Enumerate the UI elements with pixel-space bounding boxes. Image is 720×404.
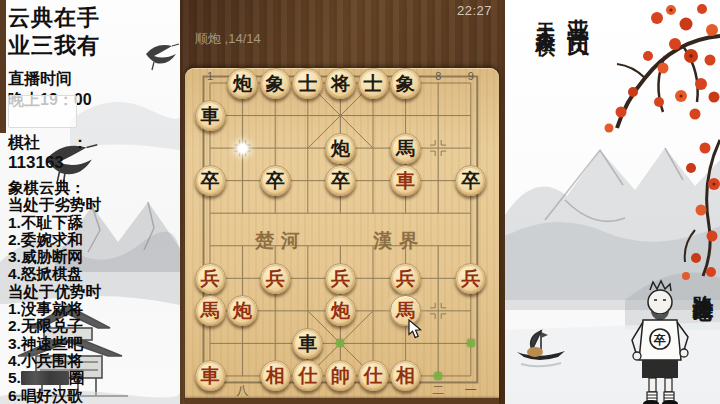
- piece-black-soldier[interactable]: 卒: [195, 165, 226, 196]
- club-id: 113163: [8, 153, 64, 173]
- piece-red-advisor[interactable]: 仕: [358, 360, 389, 391]
- piece-red-soldier[interactable]: 兵: [325, 263, 356, 294]
- clock: 22:27: [457, 3, 492, 18]
- piece-red-elephant[interactable]: 相: [260, 360, 291, 391]
- tip-item: 4.小兵围将: [8, 352, 101, 369]
- tip-item: 2.无限兑子: [8, 317, 101, 334]
- file-label-bottom: 八: [237, 382, 249, 399]
- file-label-top: 1: [207, 70, 213, 82]
- stream-title-line1: 云典在手: [8, 4, 180, 32]
- piece-black-soldier[interactable]: 卒: [260, 165, 291, 196]
- piece-black-advisor[interactable]: 士: [358, 68, 389, 99]
- tip-item: 1.没事就将: [8, 300, 101, 317]
- tips-list: 象棋云典： 当处于劣势时 1.不耻下舔 2.委婉求和 3.威胁断网 4.怒掀棋盘…: [8, 179, 101, 404]
- move-hint-dot[interactable]: [434, 372, 442, 380]
- stream-time-label: 直播时间: [8, 68, 180, 89]
- piece-red-horse[interactable]: 馬: [195, 295, 226, 326]
- right-info-panel: 卒 天天象棋 业三守门员 路边摊老云: [505, 0, 720, 404]
- left-info-panel: 云典在手 业三我有 直播时间 晚上19：00 棋社 ： 113163 象棋云典：…: [0, 0, 180, 404]
- piece-red-soldier[interactable]: 兵: [260, 263, 291, 294]
- board-bottom-bevel: [185, 398, 499, 404]
- move-hint-dot[interactable]: [467, 339, 475, 347]
- overlay-box: [8, 95, 77, 128]
- move-hint-dot[interactable]: [336, 339, 344, 347]
- last-move-from-marker: [236, 142, 249, 155]
- piece-red-soldier[interactable]: 兵: [195, 263, 226, 294]
- file-label-bottom: 二: [432, 382, 444, 399]
- tip-item-redacted: 5.圈: [8, 369, 101, 386]
- vertical-text-gatekeeper: 业三守门员: [563, 1, 593, 21]
- tip-item: 2.委婉求和: [8, 231, 101, 248]
- censored-block: [21, 371, 69, 385]
- piece-black-elephant[interactable]: 象: [260, 68, 291, 99]
- tips-section1: 当处于劣势时: [8, 196, 101, 213]
- piece-black-cannon[interactable]: 炮: [325, 133, 356, 164]
- tip-item: 4.怒掀棋盘: [8, 265, 101, 282]
- vertical-text-roadside: 路边摊老云: [689, 278, 717, 288]
- piece-red-soldier[interactable]: 兵: [390, 263, 421, 294]
- mascot-chest-glyph: 卒: [653, 333, 666, 347]
- livestream-screenshot: 云典在手 业三我有 直播时间 晚上19：00 棋社 ： 113163 象棋云典：…: [0, 0, 720, 404]
- file-label-top: 9: [468, 70, 474, 82]
- file-label-bottom: 一: [465, 382, 477, 399]
- mouse-cursor-icon: [408, 319, 424, 339]
- opening-move-counter: 顺炮 ,14/14: [195, 30, 261, 48]
- tips-title: 象棋云典：: [8, 179, 101, 196]
- tip-item: 3.神速些吧: [8, 335, 101, 352]
- tips-section2: 当处于优势时: [8, 283, 101, 300]
- frame-edge-strip: [0, 0, 6, 133]
- club-label: 棋社 ：: [8, 133, 88, 154]
- piece-black-chariot[interactable]: 車: [195, 100, 226, 131]
- game-board-panel: 22:27 顺炮 ,14/14 楚河 漢界 189八二一 炮象士将士象車炮馬卒卒…: [180, 0, 505, 404]
- piece-black-chariot[interactable]: 車: [292, 328, 323, 359]
- piece-black-horse[interactable]: 馬: [390, 133, 421, 164]
- piece-black-soldier[interactable]: 卒: [325, 165, 356, 196]
- tip-item: 6.唱好汉歌: [8, 387, 101, 404]
- stream-title-line2: 业三我有: [8, 32, 180, 60]
- tip-item: 3.威胁断网: [8, 248, 101, 265]
- piece-red-chariot[interactable]: 車: [195, 360, 226, 391]
- tip-item: 1.不耻下舔: [8, 214, 101, 231]
- piece-black-cannon[interactable]: 炮: [227, 68, 258, 99]
- river-label-right: 漢界: [373, 228, 425, 254]
- river-label-left: 楚河: [255, 228, 307, 254]
- piece-red-soldier[interactable]: 兵: [455, 263, 486, 294]
- piece-black-elephant[interactable]: 象: [390, 68, 421, 99]
- file-label-top: 8: [435, 70, 441, 82]
- vertical-text-app: 天天象棋: [533, 6, 560, 26]
- piece-black-general[interactable]: 将: [325, 68, 356, 99]
- piece-black-advisor[interactable]: 士: [292, 68, 323, 99]
- ink-wash-art-right: 卒: [505, 0, 720, 404]
